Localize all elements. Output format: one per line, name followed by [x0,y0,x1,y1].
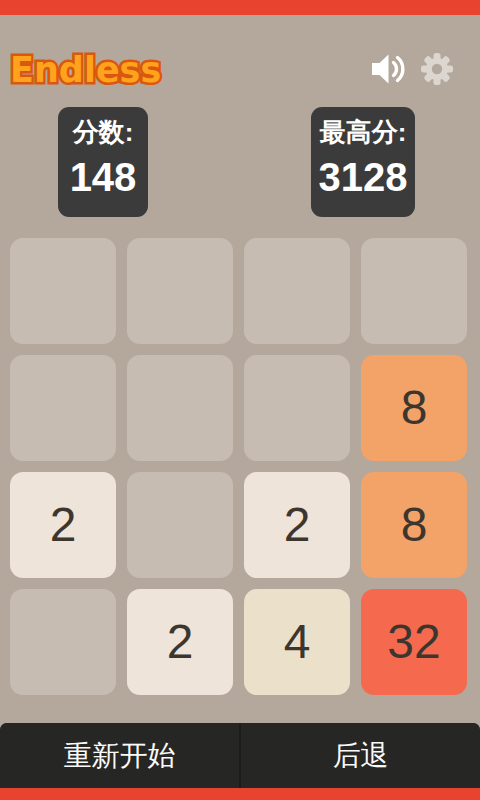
tile-2: 2 [10,472,116,578]
board-grid[interactable]: 82282432 [10,238,467,695]
bottom-accent-bar [0,788,480,800]
tile-8: 8 [361,472,467,578]
empty-cell [127,238,233,344]
score-box: 分数: 148 [58,107,148,217]
gear-icon[interactable] [418,50,456,88]
tile-8: 8 [361,355,467,461]
empty-cell [127,472,233,578]
empty-cell [10,238,116,344]
empty-cell [127,355,233,461]
empty-cell [244,238,350,344]
header-icons [369,50,456,88]
page-title-text: Endless [10,48,161,92]
tile-2: 2 [244,472,350,578]
empty-cell [244,355,350,461]
speaker-icon[interactable] [369,50,407,88]
tile-4: 4 [244,589,350,695]
score-label: 分数: [73,116,134,148]
best-score-label: 最高分: [320,116,407,148]
game-screen: Endless Endless 分数: 148 最高分: 3128 822824… [0,0,480,800]
best-score-box: 最高分: 3128 [311,107,415,217]
best-score-value: 3128 [319,152,408,202]
tile-2: 2 [127,589,233,695]
tile-32: 32 [361,589,467,695]
empty-cell [361,238,467,344]
empty-cell [10,355,116,461]
empty-cell [10,589,116,695]
top-accent-bar [0,0,480,15]
score-value: 148 [70,152,137,202]
